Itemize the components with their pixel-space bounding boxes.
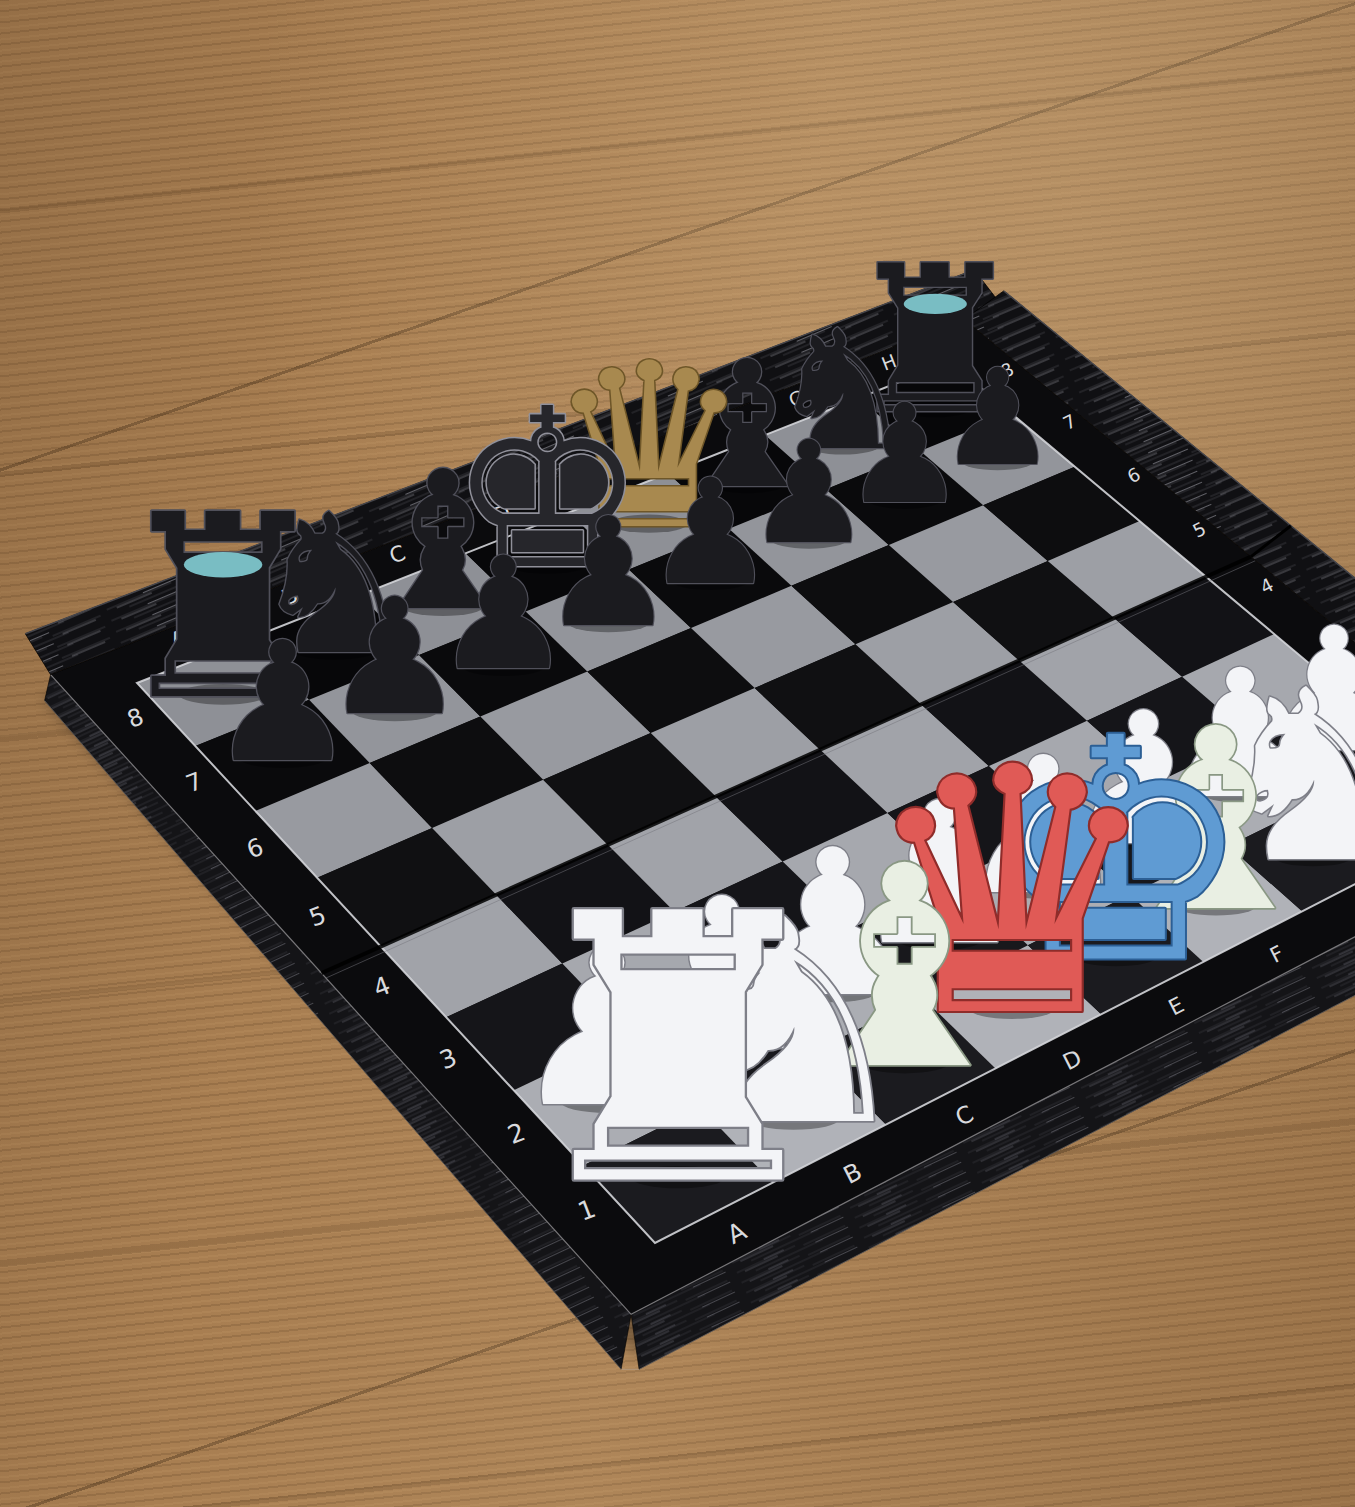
- piece-white-rook-a1: ♜: [512, 836, 844, 1266]
- rook-sash: [184, 552, 263, 577]
- piece-glyph: ♟: [208, 606, 357, 799]
- wood-table-background: { "game": "chess", "scene": { "descripti…: [0, 0, 1355, 1507]
- piece-black-pawn-a7: ♟: [208, 606, 357, 799]
- photo-chess-scene: A B C D E F G H A B C D E F G H 1 2 3 4 …: [0, 0, 1355, 1507]
- piece-glyph: ♜: [512, 836, 844, 1266]
